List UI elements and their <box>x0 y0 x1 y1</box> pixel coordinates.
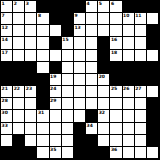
white-cell-r5c1[interactable]: 17 <box>1 50 13 62</box>
clue-number-18: 18 <box>111 50 117 55</box>
white-cell-r8c7[interactable] <box>74 86 86 98</box>
black-cell-r4c9 <box>98 37 110 49</box>
black-cell-r7c10 <box>110 74 122 86</box>
white-cell-r2c11[interactable]: 10 <box>123 13 135 25</box>
white-cell-r3c9[interactable] <box>98 25 110 37</box>
black-cell-r3c13 <box>147 25 159 37</box>
white-cell-r13c11[interactable] <box>123 147 135 159</box>
white-cell-r4c2[interactable] <box>13 37 25 49</box>
clue-number-26: 26 <box>123 86 129 91</box>
clue-number-10: 10 <box>123 13 129 18</box>
black-cell-r7c4 <box>37 74 49 86</box>
white-cell-r4c3[interactable] <box>25 37 37 49</box>
white-cell-r8c9[interactable] <box>98 86 110 98</box>
black-cell-r5c9 <box>98 50 110 62</box>
white-cell-r12c12[interactable] <box>135 135 147 147</box>
white-cell-r2c8[interactable] <box>86 13 98 25</box>
black-cell-r1c6 <box>62 1 74 13</box>
white-cell-r7c7[interactable] <box>74 74 86 86</box>
white-cell-r8c3[interactable]: 23 <box>25 86 37 98</box>
clue-number-5: 5 <box>99 1 102 6</box>
white-cell-r4c1[interactable]: 14 <box>1 37 13 49</box>
black-cell-r1c4 <box>37 1 49 13</box>
black-cell-r6c9 <box>98 62 110 74</box>
black-cell-r6c11 <box>123 62 135 74</box>
white-cell-r9c2[interactable] <box>13 98 25 110</box>
white-cell-r6c8[interactable] <box>86 62 98 74</box>
white-cell-r9c3[interactable] <box>25 98 37 110</box>
white-cell-r11c8[interactable]: 34 <box>86 123 98 135</box>
clue-number-25: 25 <box>111 86 117 91</box>
clue-number-7: 7 <box>2 13 5 18</box>
white-cell-r5c13[interactable] <box>147 50 159 62</box>
black-cell-r12c2 <box>13 135 25 147</box>
white-cell-r5c8[interactable] <box>86 50 98 62</box>
clue-number-15: 15 <box>62 37 68 42</box>
white-cell-r10c11[interactable] <box>123 110 135 122</box>
white-cell-r11c12[interactable] <box>135 123 147 135</box>
white-cell-r3c10[interactable] <box>110 25 122 37</box>
white-cell-r9c10[interactable] <box>110 98 122 110</box>
white-cell-r3c11[interactable] <box>123 25 135 37</box>
white-cell-r5c7[interactable] <box>74 50 86 62</box>
white-cell-r4c8[interactable] <box>86 37 98 49</box>
clue-number-22: 22 <box>14 86 20 91</box>
white-cell-r5c5[interactable] <box>50 50 62 62</box>
white-cell-r10c10[interactable] <box>110 110 122 122</box>
white-cell-r9c11[interactable] <box>123 98 135 110</box>
white-cell-r5c2[interactable] <box>13 50 25 62</box>
black-cell-r7c2 <box>13 74 25 86</box>
white-cell-r13c12[interactable] <box>135 147 147 159</box>
clue-number-4: 4 <box>87 1 90 6</box>
white-cell-r11c4[interactable] <box>37 123 49 135</box>
black-cell-r7c11 <box>123 74 135 86</box>
white-cell-r11c5[interactable] <box>50 123 62 135</box>
clue-number-1: 1 <box>2 1 5 6</box>
white-cell-r2c13[interactable] <box>147 13 159 25</box>
white-cell-r11c9[interactable] <box>98 123 110 135</box>
white-cell-r9c8[interactable] <box>86 98 98 110</box>
black-cell-r13c9 <box>98 147 110 159</box>
clue-number-29: 29 <box>50 98 56 103</box>
white-cell-r7c8[interactable] <box>86 74 98 86</box>
clue-number-6: 6 <box>111 1 114 6</box>
black-cell-r2c6 <box>62 13 74 25</box>
black-cell-r7c12 <box>135 74 147 86</box>
clue-number-14: 14 <box>2 37 8 42</box>
white-cell-r12c1[interactable] <box>1 135 13 147</box>
white-cell-r10c7[interactable] <box>74 110 86 122</box>
white-cell-r9c9[interactable] <box>98 98 110 110</box>
white-cell-r11c1[interactable]: 33 <box>1 123 13 135</box>
white-cell-r6c7[interactable] <box>74 62 86 74</box>
white-cell-r3c2[interactable] <box>13 25 25 37</box>
white-cell-r9c7[interactable] <box>74 98 86 110</box>
white-cell-r10c6[interactable] <box>62 110 74 122</box>
clue-number-17: 17 <box>2 50 8 55</box>
white-cell-r1c10[interactable]: 6 <box>110 1 122 13</box>
white-cell-r9c5[interactable]: 29 <box>50 98 62 110</box>
white-cell-r6c4[interactable] <box>37 62 49 74</box>
white-cell-r12c6[interactable] <box>62 135 74 147</box>
white-cell-r9c6[interactable] <box>62 98 74 110</box>
black-cell-r1c5 <box>50 1 62 13</box>
white-cell-r9c1[interactable]: 28 <box>1 98 13 110</box>
black-cell-r11c13 <box>147 123 159 135</box>
white-cell-r7c6[interactable] <box>62 74 74 86</box>
black-cell-r11c7 <box>74 123 86 135</box>
clue-number-32: 32 <box>99 110 105 115</box>
white-cell-r3c4[interactable] <box>37 25 49 37</box>
clue-number-30: 30 <box>2 110 8 115</box>
white-cell-r1c9[interactable]: 5 <box>98 1 110 13</box>
white-cell-r4c4[interactable] <box>37 37 49 49</box>
white-cell-r5c12[interactable] <box>135 50 147 62</box>
black-cell-r13c3 <box>25 147 37 159</box>
white-cell-r5c3[interactable] <box>25 50 37 62</box>
white-cell-r3c7[interactable]: 13 <box>74 25 86 37</box>
clue-number-3: 3 <box>26 1 29 6</box>
white-cell-r8c11[interactable]: 26 <box>123 86 135 98</box>
white-cell-r11c3[interactable] <box>25 123 37 135</box>
white-cell-r12c10[interactable] <box>110 135 122 147</box>
clue-number-34: 34 <box>87 123 93 128</box>
black-cell-r7c3 <box>25 74 37 86</box>
black-cell-r9c13 <box>147 98 159 110</box>
black-cell-r13c7 <box>74 147 86 159</box>
white-cell-r6c6[interactable] <box>62 62 74 74</box>
white-cell-r5c6[interactable] <box>62 50 74 62</box>
black-cell-r9c4 <box>37 98 49 110</box>
black-cell-r1c12 <box>135 1 147 13</box>
black-cell-r13c2 <box>13 147 25 159</box>
white-cell-r12c11[interactable] <box>123 135 135 147</box>
white-cell-r12c5[interactable] <box>50 135 62 147</box>
black-cell-r6c10 <box>110 62 122 74</box>
white-cell-r12c3[interactable] <box>25 135 37 147</box>
black-cell-r1c11 <box>123 1 135 13</box>
white-cell-r11c11[interactable] <box>123 123 135 135</box>
white-cell-r2c1[interactable]: 7 <box>1 13 13 25</box>
white-cell-r10c3[interactable] <box>25 110 37 122</box>
white-cell-r13c10[interactable]: 36 <box>110 147 122 159</box>
white-cell-r13c13[interactable] <box>147 147 159 159</box>
white-cell-r8c8[interactable] <box>86 86 98 98</box>
white-cell-r2c9[interactable] <box>98 13 110 25</box>
white-cell-r2c7[interactable]: 9 <box>74 13 86 25</box>
white-cell-r1c1[interactable]: 1 <box>1 1 13 13</box>
white-cell-r13c5[interactable]: 35 <box>50 147 62 159</box>
white-cell-r10c2[interactable] <box>13 110 25 122</box>
clue-number-8: 8 <box>38 13 41 18</box>
white-cell-r3c12[interactable] <box>135 25 147 37</box>
clue-number-27: 27 <box>135 86 141 91</box>
white-cell-r11c10[interactable] <box>110 123 122 135</box>
black-cell-r12c7 <box>74 135 86 147</box>
black-cell-r8c4 <box>37 86 49 98</box>
black-cell-r13c8 <box>86 147 98 159</box>
white-cell-r9c12[interactable] <box>135 98 147 110</box>
white-cell-r13c4[interactable] <box>37 147 49 159</box>
black-cell-r1c13 <box>147 1 159 13</box>
clue-number-11: 11 <box>135 13 141 18</box>
clue-number-28: 28 <box>2 98 8 103</box>
black-cell-r6c2 <box>13 62 25 74</box>
clue-number-16: 16 <box>111 37 117 42</box>
clue-number-19: 19 <box>50 74 56 79</box>
black-cell-r10c13 <box>147 110 159 122</box>
white-cell-r2c3[interactable] <box>25 13 37 25</box>
clue-number-9: 9 <box>74 13 77 18</box>
white-cell-r4c6[interactable]: 15 <box>62 37 74 49</box>
clue-number-21: 21 <box>2 86 8 91</box>
white-cell-r8c6[interactable] <box>62 86 74 98</box>
black-cell-r6c13 <box>147 62 159 74</box>
white-cell-r2c10[interactable] <box>110 13 122 25</box>
clue-number-12: 12 <box>2 25 8 30</box>
clue-number-13: 13 <box>74 25 80 30</box>
white-cell-r4c12[interactable] <box>135 37 147 49</box>
clue-number-36: 36 <box>111 147 117 152</box>
white-cell-r8c2[interactable]: 22 <box>13 86 25 98</box>
black-cell-r3c6 <box>62 25 74 37</box>
white-cell-r1c2[interactable]: 2 <box>13 1 25 13</box>
black-cell-r4c13 <box>147 37 159 49</box>
white-cell-r10c4[interactable]: 31 <box>37 110 49 122</box>
white-cell-r8c5[interactable]: 24 <box>50 86 62 98</box>
white-cell-r12c9[interactable] <box>98 135 110 147</box>
clue-number-23: 23 <box>26 86 32 91</box>
white-cell-r4c7[interactable] <box>74 37 86 49</box>
white-cell-r2c4[interactable]: 8 <box>37 13 49 25</box>
white-cell-r10c9[interactable]: 32 <box>98 110 110 122</box>
black-cell-r6c12 <box>135 62 147 74</box>
black-cell-r7c13 <box>147 74 159 86</box>
white-cell-r10c5[interactable] <box>50 110 62 122</box>
clue-number-24: 24 <box>50 86 56 91</box>
black-cell-r10c8 <box>86 110 98 122</box>
white-cell-r10c1[interactable]: 30 <box>1 110 13 122</box>
black-cell-r4c5 <box>50 37 62 49</box>
white-cell-r3c8[interactable] <box>86 25 98 37</box>
black-cell-r6c1 <box>1 62 13 74</box>
white-cell-r8c10[interactable]: 25 <box>110 86 122 98</box>
black-cell-r13c1 <box>1 147 13 159</box>
white-cell-r2c2[interactable] <box>13 13 25 25</box>
white-cell-r8c1[interactable]: 21 <box>1 86 13 98</box>
white-cell-r5c10[interactable]: 18 <box>110 50 122 62</box>
black-cell-r12c13 <box>147 135 159 147</box>
white-cell-r3c3[interactable] <box>25 25 37 37</box>
clue-number-31: 31 <box>38 110 44 115</box>
clue-number-35: 35 <box>50 147 56 152</box>
black-cell-r2c5 <box>50 13 62 25</box>
clue-number-2: 2 <box>14 1 17 6</box>
black-cell-r6c5 <box>50 62 62 74</box>
white-cell-r2c12[interactable]: 11 <box>135 13 147 25</box>
white-cell-r7c9[interactable]: 20 <box>98 74 110 86</box>
black-cell-r6c3 <box>25 62 37 74</box>
black-cell-r7c1 <box>1 74 13 86</box>
white-cell-r5c11[interactable] <box>123 50 135 62</box>
white-cell-r10c12[interactable] <box>135 110 147 122</box>
white-cell-r1c8[interactable]: 4 <box>86 1 98 13</box>
white-cell-r3c5[interactable] <box>50 25 62 37</box>
white-cell-r8c12[interactable]: 27 <box>135 86 147 98</box>
white-cell-r11c6[interactable] <box>62 123 74 135</box>
crossword-grid: 1234567891011121314151617181920212223242… <box>0 0 160 160</box>
white-cell-r1c3[interactable]: 3 <box>25 1 37 13</box>
white-cell-r12c4[interactable] <box>37 135 49 147</box>
white-cell-r11c2[interactable] <box>13 123 25 135</box>
clue-number-20: 20 <box>99 74 105 79</box>
white-cell-r3c1[interactable]: 12 <box>1 25 13 37</box>
white-cell-r7c5[interactable]: 19 <box>50 74 62 86</box>
white-cell-r8c13[interactable] <box>147 86 159 98</box>
white-cell-r5c4[interactable] <box>37 50 49 62</box>
black-cell-r12c8 <box>86 135 98 147</box>
white-cell-r4c10[interactable]: 16 <box>110 37 122 49</box>
clue-number-33: 33 <box>2 123 8 128</box>
black-cell-r1c7 <box>74 1 86 13</box>
white-cell-r4c11[interactable] <box>123 37 135 49</box>
white-cell-r13c6[interactable] <box>62 147 74 159</box>
